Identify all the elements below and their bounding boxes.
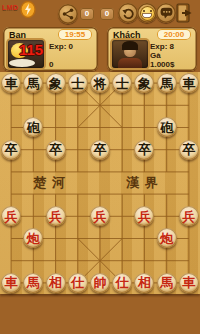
piece-glyph: 炮 [160, 232, 173, 245]
share-button[interactable] [58, 4, 78, 24]
xiangqi-piece-black[interactable]: 象 [46, 73, 66, 93]
xiangqi-piece-red[interactable]: 兵 [179, 206, 199, 226]
grin-face-icon [140, 6, 155, 21]
xiangqi-piece-red[interactable]: 馬 [23, 273, 43, 293]
xiangqi-piece-red[interactable]: 帥 [90, 273, 110, 293]
piece-glyph: 車 [182, 276, 195, 289]
counter-badge-left: 0 [80, 8, 94, 20]
xiangqi-piece-black[interactable]: 卒 [46, 140, 66, 160]
top-bar: LMD 0 0 [0, 0, 200, 26]
piece-glyph: 車 [5, 77, 18, 90]
piece-glyph: 将 [93, 77, 106, 90]
xiangqi-piece-red[interactable]: 炮 [157, 228, 177, 248]
xiangqi-piece-red[interactable]: 仕 [68, 273, 88, 293]
xiangqi-piece-red[interactable]: 車 [179, 273, 199, 293]
xiangqi-piece-black[interactable]: 車 [179, 73, 199, 93]
xiangqi-piece-red[interactable]: 兵 [90, 206, 110, 226]
piece-glyph: 卒 [138, 143, 151, 156]
chat-button[interactable] [156, 3, 176, 23]
xiangqi-piece-red[interactable]: 兵 [1, 206, 21, 226]
piece-glyph: 象 [49, 77, 62, 90]
xiangqi-piece-black[interactable]: 車 [1, 73, 21, 93]
exit-door-icon [176, 3, 193, 23]
piece-glyph: 卒 [93, 143, 106, 156]
piece-glyph: 兵 [182, 210, 195, 223]
piece-glyph: 馬 [27, 77, 40, 90]
xiangqi-piece-black[interactable]: 士 [112, 73, 132, 93]
piece-glyph: 仕 [116, 276, 129, 289]
piece-glyph: 兵 [5, 210, 18, 223]
undo-button[interactable] [118, 3, 138, 23]
xiangqi-piece-red[interactable]: 仕 [112, 273, 132, 293]
piece-glyph: 相 [49, 276, 62, 289]
player-panel-opponent: Khách 20:00 Exp: 8 Gà 1.000$ [107, 27, 197, 71]
piece-glyph: 炮 [27, 232, 40, 245]
player-avatar[interactable] [112, 40, 148, 68]
xiangqi-piece-black[interactable]: 卒 [90, 140, 110, 160]
egg-base-art [9, 59, 35, 67]
logo-text: LMD [2, 4, 19, 11]
counter-badge-right: 0 [100, 8, 114, 20]
game-screen: LMD 0 0 [0, 0, 200, 334]
piece-glyph: 士 [116, 77, 129, 90]
xiangqi-piece-black[interactable]: 将 [90, 73, 110, 93]
piece-glyph: 砲 [160, 121, 173, 134]
piece-glyph: 車 [5, 276, 18, 289]
player-money: 0 [49, 60, 53, 69]
damage-number: 115 [19, 41, 43, 58]
xiangqi-piece-red[interactable]: 相 [46, 273, 66, 293]
piece-glyph: 馬 [27, 276, 40, 289]
piece-glyph: 兵 [93, 210, 106, 223]
piece-glyph: 卒 [49, 143, 62, 156]
piece-glyph: 馬 [160, 276, 173, 289]
player-clock: 20:00 [157, 29, 191, 40]
xiangqi-board[interactable]: 楚河 漢界 車馬象士将士象馬車砲砲卒卒卒卒卒兵兵兵兵兵炮炮車馬相仕帥仕相馬車 [0, 72, 200, 294]
xiangqi-piece-red[interactable]: 兵 [46, 206, 66, 226]
piece-glyph: 兵 [49, 210, 62, 223]
piece-glyph: 象 [138, 77, 151, 90]
piece-glyph: 仕 [71, 276, 84, 289]
xiangqi-piece-black[interactable]: 砲 [157, 117, 177, 137]
piece-glyph: 車 [182, 77, 195, 90]
piece-glyph: 砲 [27, 121, 40, 134]
xiangqi-piece-black[interactable]: 馬 [157, 73, 177, 93]
player-money: 1.000$ [150, 60, 174, 69]
xiangqi-piece-black[interactable]: 卒 [134, 140, 154, 160]
warrior-helmet-art [122, 41, 138, 50]
xiangqi-piece-black[interactable]: 馬 [23, 73, 43, 93]
piece-glyph: 相 [138, 276, 151, 289]
xiangqi-piece-black[interactable]: 士 [68, 73, 88, 93]
xiangqi-piece-black[interactable]: 砲 [23, 117, 43, 137]
exit-button[interactable] [176, 3, 193, 23]
player-clock: 19:55 [58, 29, 92, 40]
chat-bubble-icon [160, 7, 173, 19]
xiangqi-piece-black[interactable]: 卒 [1, 140, 21, 160]
xiangqi-piece-black[interactable]: 卒 [179, 140, 199, 160]
piece-glyph: 卒 [5, 143, 18, 156]
piece-glyph: 馬 [160, 77, 173, 90]
undo-icon [122, 7, 135, 20]
warrior-body-art [118, 58, 142, 68]
player-exp: Exp: 8 [150, 42, 174, 51]
piece-glyph: 士 [71, 77, 84, 90]
pieces-layer: 車馬象士将士象馬車砲砲卒卒卒卒卒兵兵兵兵兵炮炮車馬相仕帥仕相馬車 [0, 72, 200, 294]
emote-button[interactable] [137, 3, 157, 23]
share-icon [62, 8, 74, 20]
xiangqi-piece-red[interactable]: 車 [1, 273, 21, 293]
xiangqi-piece-black[interactable]: 象 [134, 73, 154, 93]
piece-glyph: 帥 [93, 276, 106, 289]
xiangqi-piece-red[interactable]: 兵 [134, 206, 154, 226]
player-name: Bạn [9, 30, 26, 40]
player-name: Khách [113, 30, 141, 40]
player-panel-self: Bạn 19:55 Exp: 0 0 [3, 27, 98, 71]
xiangqi-piece-red[interactable]: 炮 [23, 228, 43, 248]
xiangqi-piece-red[interactable]: 相 [134, 273, 154, 293]
energy-coin-icon [20, 1, 36, 18]
player-exp: Exp: 0 [49, 42, 73, 51]
piece-glyph: 卒 [182, 143, 195, 156]
piece-glyph: 兵 [138, 210, 151, 223]
xiangqi-piece-red[interactable]: 馬 [157, 273, 177, 293]
player-rank: Gà [150, 51, 161, 60]
